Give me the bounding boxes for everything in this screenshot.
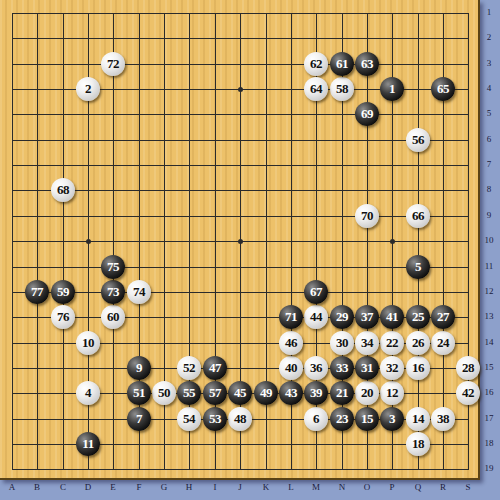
rank-label-16: 16 bbox=[479, 387, 499, 397]
file-label-B: B bbox=[29, 482, 45, 492]
stone-40-white: 40 bbox=[279, 356, 303, 380]
stone-26-white: 26 bbox=[406, 331, 430, 355]
stone-move-number: 45 bbox=[234, 385, 246, 401]
stone-move-number: 21 bbox=[336, 385, 348, 401]
stone-53-black: 53 bbox=[203, 407, 227, 431]
stone-43-black: 43 bbox=[279, 381, 303, 405]
stone-move-number: 55 bbox=[183, 385, 195, 401]
stone-move-number: 14 bbox=[412, 411, 424, 427]
stone-move-number: 42 bbox=[462, 385, 474, 401]
stone-68-white: 68 bbox=[51, 178, 75, 202]
stone-77-black: 77 bbox=[25, 280, 49, 304]
rank-label-9: 9 bbox=[479, 210, 499, 220]
stone-move-number: 67 bbox=[310, 284, 322, 300]
stone-move-number: 75 bbox=[107, 259, 119, 275]
stone-55-black: 55 bbox=[177, 381, 201, 405]
stone-6-white: 6 bbox=[304, 407, 328, 431]
stone-move-number: 32 bbox=[386, 360, 398, 376]
stone-move-number: 28 bbox=[462, 360, 474, 376]
file-label-S: S bbox=[460, 482, 476, 492]
file-label-F: F bbox=[131, 482, 147, 492]
stone-move-number: 26 bbox=[412, 335, 424, 351]
stone-move-number: 74 bbox=[133, 284, 145, 300]
stone-72-white: 72 bbox=[101, 52, 125, 76]
stone-move-number: 33 bbox=[336, 360, 348, 376]
stone-move-number: 50 bbox=[158, 385, 170, 401]
stone-move-number: 23 bbox=[336, 411, 348, 427]
stone-move-number: 12 bbox=[386, 385, 398, 401]
stone-31-black: 31 bbox=[355, 356, 379, 380]
stone-move-number: 18 bbox=[412, 436, 424, 452]
stone-74-white: 74 bbox=[127, 280, 151, 304]
file-label-C: C bbox=[55, 482, 71, 492]
stone-move-number: 37 bbox=[361, 309, 373, 325]
stone-move-number: 31 bbox=[361, 360, 373, 376]
file-label-L: L bbox=[283, 482, 299, 492]
stone-60-white: 60 bbox=[101, 305, 125, 329]
stone-move-number: 15 bbox=[361, 411, 373, 427]
rank-label-14: 14 bbox=[479, 337, 499, 347]
stone-move-number: 9 bbox=[136, 360, 142, 376]
stone-move-number: 73 bbox=[107, 284, 119, 300]
stone-move-number: 47 bbox=[209, 360, 221, 376]
stone-1-black: 1 bbox=[380, 77, 404, 101]
stone-20-white: 20 bbox=[355, 381, 379, 405]
rank-label-11: 11 bbox=[479, 261, 499, 271]
file-label-O: O bbox=[359, 482, 375, 492]
stone-50-white: 50 bbox=[152, 381, 176, 405]
star-point bbox=[86, 239, 91, 244]
rank-label-1: 1 bbox=[479, 7, 499, 17]
rank-label-4: 4 bbox=[479, 83, 499, 93]
file-label-N: N bbox=[334, 482, 350, 492]
stone-move-number: 61 bbox=[336, 56, 348, 72]
stone-32-white: 32 bbox=[380, 356, 404, 380]
stone-2-white: 2 bbox=[76, 77, 100, 101]
stone-3-black: 3 bbox=[380, 407, 404, 431]
star-point bbox=[390, 239, 395, 244]
stone-62-white: 62 bbox=[304, 52, 328, 76]
stone-30-white: 30 bbox=[330, 331, 354, 355]
stone-move-number: 2 bbox=[85, 81, 91, 97]
grid-line-h bbox=[12, 292, 469, 293]
stone-move-number: 44 bbox=[310, 309, 322, 325]
stone-33-black: 33 bbox=[330, 356, 354, 380]
stone-37-black: 37 bbox=[355, 305, 379, 329]
stone-move-number: 4 bbox=[85, 385, 91, 401]
stone-move-number: 29 bbox=[336, 309, 348, 325]
grid-line-h bbox=[12, 469, 469, 470]
stone-move-number: 22 bbox=[386, 335, 398, 351]
stone-move-number: 77 bbox=[31, 284, 43, 300]
rank-label-8: 8 bbox=[479, 184, 499, 194]
stone-move-number: 68 bbox=[57, 182, 69, 198]
stone-61-black: 61 bbox=[330, 52, 354, 76]
stone-move-number: 54 bbox=[183, 411, 195, 427]
stone-move-number: 36 bbox=[310, 360, 322, 376]
stone-move-number: 34 bbox=[361, 335, 373, 351]
stone-9-black: 9 bbox=[127, 356, 151, 380]
stone-42-white: 42 bbox=[456, 381, 480, 405]
app-window: 1234567910111214151618202122232425262728… bbox=[0, 0, 500, 500]
stone-51-black: 51 bbox=[127, 381, 151, 405]
file-label-E: E bbox=[105, 482, 121, 492]
stone-73-black: 73 bbox=[101, 280, 125, 304]
stone-67-black: 67 bbox=[304, 280, 328, 304]
stone-34-white: 34 bbox=[355, 331, 379, 355]
stone-57-black: 57 bbox=[203, 381, 227, 405]
stone-11-black: 11 bbox=[76, 432, 100, 456]
go-board[interactable]: 1234567910111214151618202122232425262728… bbox=[0, 0, 480, 480]
stone-move-number: 30 bbox=[336, 335, 348, 351]
rank-label-18: 18 bbox=[479, 438, 499, 448]
rank-label-17: 17 bbox=[479, 413, 499, 423]
stone-move-number: 64 bbox=[310, 81, 322, 97]
rank-label-12: 12 bbox=[479, 286, 499, 296]
stone-move-number: 62 bbox=[310, 56, 322, 72]
stone-28-white: 28 bbox=[456, 356, 480, 380]
stone-44-white: 44 bbox=[304, 305, 328, 329]
stone-69-black: 69 bbox=[355, 102, 379, 126]
stone-65-black: 65 bbox=[431, 77, 455, 101]
stone-move-number: 66 bbox=[412, 208, 424, 224]
stone-move-number: 39 bbox=[310, 385, 322, 401]
stone-move-number: 7 bbox=[136, 411, 142, 427]
stone-move-number: 41 bbox=[386, 309, 398, 325]
stone-63-black: 63 bbox=[355, 52, 379, 76]
stone-16-white: 16 bbox=[406, 356, 430, 380]
rank-label-2: 2 bbox=[479, 32, 499, 42]
file-label-Q: Q bbox=[410, 482, 426, 492]
rank-label-13: 13 bbox=[479, 311, 499, 321]
stone-39-black: 39 bbox=[304, 381, 328, 405]
stone-move-number: 48 bbox=[234, 411, 246, 427]
stone-24-white: 24 bbox=[431, 331, 455, 355]
stone-52-white: 52 bbox=[177, 356, 201, 380]
rank-label-6: 6 bbox=[479, 134, 499, 144]
stone-27-black: 27 bbox=[431, 305, 455, 329]
stone-56-white: 56 bbox=[406, 128, 430, 152]
stone-move-number: 16 bbox=[412, 360, 424, 376]
stone-25-black: 25 bbox=[406, 305, 430, 329]
rank-label-19: 19 bbox=[479, 463, 499, 473]
grid-line-h bbox=[12, 267, 469, 268]
stone-move-number: 59 bbox=[57, 284, 69, 300]
file-label-G: G bbox=[156, 482, 172, 492]
file-label-M: M bbox=[308, 482, 324, 492]
stone-71-black: 71 bbox=[279, 305, 303, 329]
stone-move-number: 58 bbox=[336, 81, 348, 97]
rank-label-5: 5 bbox=[479, 108, 499, 118]
file-label-H: H bbox=[181, 482, 197, 492]
stone-move-number: 63 bbox=[361, 56, 373, 72]
stone-41-black: 41 bbox=[380, 305, 404, 329]
stone-54-white: 54 bbox=[177, 407, 201, 431]
stone-22-white: 22 bbox=[380, 331, 404, 355]
grid-line-v bbox=[418, 13, 419, 470]
stone-66-white: 66 bbox=[406, 204, 430, 228]
stone-23-black: 23 bbox=[330, 407, 354, 431]
file-label-P: P bbox=[384, 482, 400, 492]
file-label-I: I bbox=[207, 482, 223, 492]
stone-move-number: 5 bbox=[415, 259, 421, 275]
file-label-K: K bbox=[258, 482, 274, 492]
stone-46-white: 46 bbox=[279, 331, 303, 355]
file-label-J: J bbox=[232, 482, 248, 492]
stone-move-number: 40 bbox=[285, 360, 297, 376]
file-label-R: R bbox=[435, 482, 451, 492]
stone-move-number: 56 bbox=[412, 132, 424, 148]
stone-move-number: 24 bbox=[437, 335, 449, 351]
stone-move-number: 27 bbox=[437, 309, 449, 325]
stone-move-number: 57 bbox=[209, 385, 221, 401]
stone-move-number: 51 bbox=[133, 385, 145, 401]
stone-move-number: 60 bbox=[107, 309, 119, 325]
stone-move-number: 69 bbox=[361, 106, 373, 122]
stone-move-number: 3 bbox=[389, 411, 395, 427]
stone-move-number: 43 bbox=[285, 385, 297, 401]
stone-21-black: 21 bbox=[330, 381, 354, 405]
stone-move-number: 72 bbox=[107, 56, 119, 72]
stone-move-number: 10 bbox=[82, 335, 94, 351]
stone-12-white: 12 bbox=[380, 381, 404, 405]
stone-move-number: 46 bbox=[285, 335, 297, 351]
star-point bbox=[238, 87, 243, 92]
stone-4-white: 4 bbox=[76, 381, 100, 405]
stone-75-black: 75 bbox=[101, 255, 125, 279]
stone-move-number: 52 bbox=[183, 360, 195, 376]
stone-10-white: 10 bbox=[76, 331, 100, 355]
rank-label-3: 3 bbox=[479, 58, 499, 68]
stone-move-number: 6 bbox=[313, 411, 319, 427]
file-label-A: A bbox=[4, 482, 20, 492]
stone-29-black: 29 bbox=[330, 305, 354, 329]
stone-59-black: 59 bbox=[51, 280, 75, 304]
stone-48-white: 48 bbox=[228, 407, 252, 431]
stone-38-white: 38 bbox=[431, 407, 455, 431]
stone-14-white: 14 bbox=[406, 407, 430, 431]
stone-18-white: 18 bbox=[406, 432, 430, 456]
star-point bbox=[238, 239, 243, 244]
stone-7-black: 7 bbox=[127, 407, 151, 431]
stone-move-number: 71 bbox=[285, 309, 297, 325]
rank-label-15: 15 bbox=[479, 362, 499, 372]
stone-15-black: 15 bbox=[355, 407, 379, 431]
stone-58-white: 58 bbox=[330, 77, 354, 101]
stone-76-white: 76 bbox=[51, 305, 75, 329]
stone-49-black: 49 bbox=[254, 381, 278, 405]
stone-5-black: 5 bbox=[406, 255, 430, 279]
stone-move-number: 65 bbox=[437, 81, 449, 97]
stone-move-number: 70 bbox=[361, 208, 373, 224]
stone-47-black: 47 bbox=[203, 356, 227, 380]
stone-70-white: 70 bbox=[355, 204, 379, 228]
stone-move-number: 20 bbox=[361, 385, 373, 401]
rank-label-10: 10 bbox=[479, 235, 499, 245]
stone-move-number: 1 bbox=[389, 81, 395, 97]
stone-move-number: 11 bbox=[82, 436, 93, 452]
stone-move-number: 76 bbox=[57, 309, 69, 325]
stone-move-number: 38 bbox=[437, 411, 449, 427]
rank-label-7: 7 bbox=[479, 159, 499, 169]
stone-45-black: 45 bbox=[228, 381, 252, 405]
stone-move-number: 25 bbox=[412, 309, 424, 325]
stone-move-number: 49 bbox=[260, 385, 272, 401]
stone-64-white: 64 bbox=[304, 77, 328, 101]
file-label-D: D bbox=[80, 482, 96, 492]
stone-move-number: 53 bbox=[209, 411, 221, 427]
stone-36-white: 36 bbox=[304, 356, 328, 380]
